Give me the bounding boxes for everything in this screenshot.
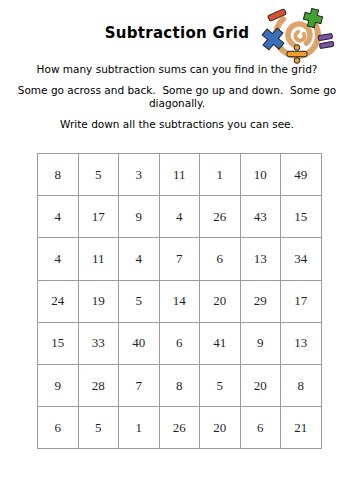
grid-cell-r1c2: 5 (79, 154, 119, 195)
grid-cell-r7c3: 1 (119, 407, 159, 448)
instruction-hint-line2: diagonally. (8, 97, 346, 110)
grid-cell-r2c2: 17 (79, 196, 119, 237)
grid-cell-r1c4: 11 (160, 154, 200, 195)
grid-cell-r3c5: 6 (200, 238, 240, 279)
grid-cell-r7c1: 6 (38, 407, 78, 448)
grid-cell-r5c2: 33 (79, 323, 119, 364)
grid-cell-r6c7: 8 (281, 365, 321, 406)
grid-cell-r1c3: 3 (119, 154, 159, 195)
grid-cell-r3c1: 4 (38, 238, 78, 279)
grid-cell-r1c7: 49 (281, 154, 321, 195)
grid-cell-r7c5: 20 (200, 407, 240, 448)
instruction-task: Write down all the subtractions you can … (8, 118, 346, 131)
grid-cell-r7c4: 26 (160, 407, 200, 448)
grid-cell-r5c1: 15 (38, 323, 78, 364)
grid-cell-r3c7: 34 (281, 238, 321, 279)
grid-cell-r3c2: 11 (79, 238, 119, 279)
grid-cell-r4c3: 5 (119, 281, 159, 322)
grid-cell-r2c1: 4 (38, 196, 78, 237)
grid-cell-r7c2: 5 (79, 407, 119, 448)
grid-cell-r3c4: 7 (160, 238, 200, 279)
grid-cell-r6c4: 8 (160, 365, 200, 406)
grid-cell-r6c5: 5 (200, 365, 240, 406)
math-operations-spiral-icon (258, 7, 338, 65)
grid-cell-r4c5: 20 (200, 281, 240, 322)
grid-cell-r5c7: 13 (281, 323, 321, 364)
grid-cell-r2c7: 15 (281, 196, 321, 237)
grid-cell-r4c6: 29 (241, 281, 281, 322)
grid-cell-r2c3: 9 (119, 196, 159, 237)
grid-cell-r5c3: 40 (119, 323, 159, 364)
grid-cell-r4c2: 19 (79, 281, 119, 322)
grid-cell-r5c5: 41 (200, 323, 240, 364)
grid-cell-r5c4: 6 (160, 323, 200, 364)
instructions-block: How many subtraction sums can you find i… (0, 63, 354, 131)
grid-cell-r7c6: 6 (241, 407, 281, 448)
grid-cell-r1c6: 10 (241, 154, 281, 195)
instruction-hint-line1: Some go across and back. Some go up and … (8, 84, 346, 97)
grid-cell-r6c1: 9 (38, 365, 78, 406)
grid-cell-r4c7: 17 (281, 281, 321, 322)
grid-cell-r4c1: 24 (38, 281, 78, 322)
grid-cell-r2c5: 26 (200, 196, 240, 237)
worksheet-page: { "game": "subtraction-grid-number-searc… (0, 0, 354, 500)
grid-cell-r6c6: 20 (241, 365, 281, 406)
grid-cell-r6c3: 7 (119, 365, 159, 406)
grid-cell-r3c6: 13 (241, 238, 281, 279)
divide-icon (287, 45, 307, 64)
grid-cell-r2c6: 43 (241, 196, 281, 237)
grid-cell-r6c2: 28 (79, 365, 119, 406)
grid-cell-r4c4: 14 (160, 281, 200, 322)
grid-cell-r1c1: 8 (38, 154, 78, 195)
equals-icon (318, 33, 334, 48)
grid-cell-r2c4: 4 (160, 196, 200, 237)
grid-cell-r5c6: 9 (241, 323, 281, 364)
grid-cell-r3c3: 4 (119, 238, 159, 279)
grid-cell-r1c5: 1 (200, 154, 240, 195)
grid-cell-r7c7: 21 (281, 407, 321, 448)
subtraction-grid: 8531111049417942643154114761334241951420… (37, 153, 322, 449)
